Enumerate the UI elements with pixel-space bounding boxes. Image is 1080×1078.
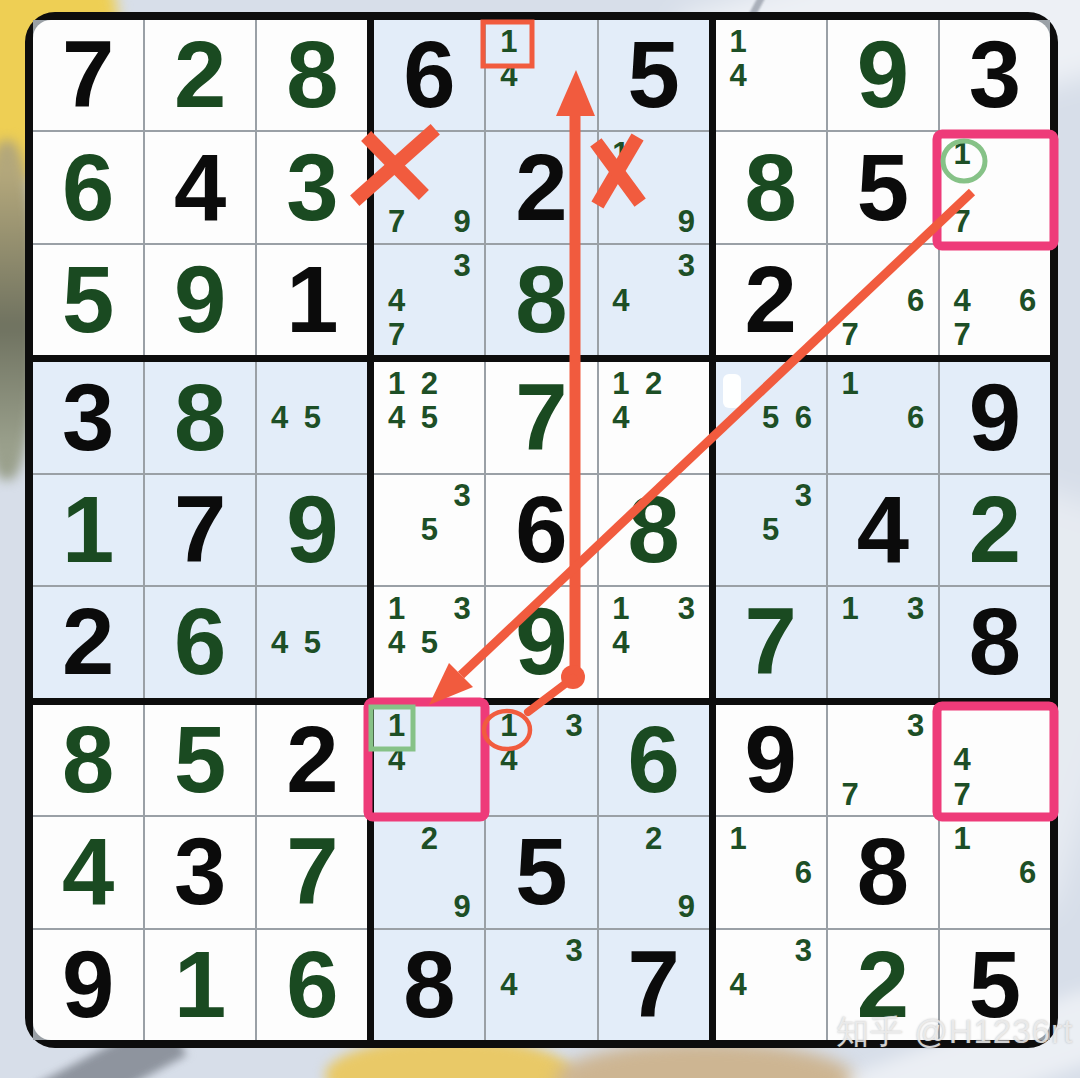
pencil-mark-6: 6	[787, 400, 820, 434]
pencil-mark-4: 4	[605, 625, 638, 659]
cell-r6c5[interactable]: 9	[486, 587, 596, 697]
cell-r1c9[interactable]: 3	[940, 20, 1050, 130]
cell-r8c5[interactable]: 5	[486, 817, 596, 927]
cell-r3c9[interactable]: 467	[940, 245, 1050, 355]
pencil-mark-2: 2	[637, 821, 670, 855]
pencil-marks: 29	[605, 821, 703, 923]
pencil-mark-5: 5	[413, 400, 446, 434]
cell-r7c6[interactable]: 6	[599, 705, 709, 815]
cell-r4c2[interactable]: 8	[145, 362, 255, 472]
cell-r1c8[interactable]: 9	[828, 20, 938, 130]
pencil-mark-1: 1	[492, 709, 525, 743]
cell-r6c6[interactable]: 134	[599, 587, 709, 697]
pencil-mark-9: 9	[670, 889, 703, 923]
cell-r3c8[interactable]: 67	[828, 245, 938, 355]
pencil-mark-4: 4	[492, 58, 525, 92]
pencil-mark-3: 3	[558, 709, 591, 743]
solved-digit: 9	[174, 253, 226, 347]
cell-r3c2[interactable]: 9	[145, 245, 255, 355]
cell-r2c6[interactable]: 19	[599, 132, 709, 242]
cell-r7c1[interactable]: 8	[33, 705, 143, 815]
cell-r3c1[interactable]: 5	[33, 245, 143, 355]
cell-r2c1[interactable]: 6	[33, 132, 143, 242]
cell-r6c3[interactable]: 45	[257, 587, 367, 697]
pencil-mark-4: 4	[605, 400, 638, 434]
pencil-mark-1: 1	[380, 591, 413, 625]
pencil-marks: 1245	[380, 366, 478, 468]
cell-r2c5[interactable]: 2	[486, 132, 596, 242]
pencil-mark-4: 4	[380, 743, 413, 777]
given-digit: 6	[515, 483, 567, 577]
given-digit: 5	[515, 825, 567, 919]
screen: 7286435916145792193478341493851726746738…	[0, 0, 1080, 1078]
box-9: 93747168163425	[716, 705, 1050, 1040]
cell-r1c3[interactable]: 8	[257, 20, 367, 130]
cell-r3c3[interactable]: 1	[257, 245, 367, 355]
pencil-mark-4: 4	[380, 283, 413, 317]
given-digit: 8	[403, 938, 455, 1032]
cell-r2c9[interactable]: 17	[940, 132, 1050, 242]
solved-digit: 1	[62, 483, 114, 577]
box-7: 852437916	[33, 705, 367, 1040]
pencil-mark-4: 4	[722, 968, 755, 1002]
box-4: 38451792645	[33, 362, 367, 697]
given-digit: 3	[174, 825, 226, 919]
pencil-marks: 16	[834, 366, 932, 468]
given-digit: 8	[969, 595, 1021, 689]
pencil-mark-2: 2	[413, 366, 446, 400]
pencil-mark-1: 1	[946, 821, 979, 855]
given-digit: 3	[62, 371, 114, 465]
pencil-mark-1: 1	[722, 821, 755, 855]
pencil-marks: 34	[605, 249, 703, 351]
cell-r1c1[interactable]: 7	[33, 20, 143, 130]
pencil-mark-7: 7	[946, 777, 979, 811]
cell-r7c4[interactable]: 14	[374, 705, 484, 815]
cell-r9c5[interactable]: 34	[486, 930, 596, 1040]
cell-r5c6[interactable]: 8	[599, 475, 709, 585]
pencil-mark-7: 7	[946, 317, 979, 351]
cell-r7c7[interactable]: 9	[716, 705, 826, 815]
cell-r5c8[interactable]: 4	[828, 475, 938, 585]
pencil-mark-1: 1	[605, 136, 638, 170]
cell-r5c1[interactable]: 1	[33, 475, 143, 585]
pencil-mark-9: 9	[446, 889, 479, 923]
solved-digit: 7	[286, 825, 338, 919]
pencil-mark-3: 3	[899, 709, 932, 743]
given-digit: 7	[62, 28, 114, 122]
solved-digit: 6	[627, 713, 679, 807]
pencil-mark-6: 6	[1011, 283, 1044, 317]
box-6: 5616935427138	[716, 362, 1050, 697]
pencil-mark-3: 3	[899, 591, 932, 625]
solved-digit: 9	[515, 595, 567, 689]
pencil-marks: 19	[605, 136, 703, 238]
pencil-mark-7: 7	[834, 317, 867, 351]
pencil-mark-1: 1	[380, 709, 413, 743]
pencil-mark-3: 3	[787, 479, 820, 513]
pencil-mark-5: 5	[296, 400, 329, 434]
pencil-mark-7: 7	[380, 205, 413, 239]
pencil-mark-7: 7	[946, 205, 979, 239]
cell-r4c7[interactable]: 56	[716, 362, 826, 472]
cell-r9c4[interactable]: 8	[374, 930, 484, 1040]
solved-digit: 6	[62, 141, 114, 235]
cell-r1c4[interactable]: 6	[374, 20, 484, 130]
cell-r8c2[interactable]: 3	[145, 817, 255, 927]
pencil-marks: 13	[834, 591, 932, 693]
pencil-mark-1: 1	[834, 591, 867, 625]
cell-r4c3[interactable]: 45	[257, 362, 367, 472]
pencil-mark-4: 4	[605, 283, 638, 317]
pencil-mark-2: 2	[413, 821, 446, 855]
pencil-mark-3: 3	[446, 249, 479, 283]
pencil-mark-6: 6	[899, 283, 932, 317]
cell-r8c3[interactable]: 7	[257, 817, 367, 927]
cell-r2c7[interactable]: 8	[716, 132, 826, 242]
pencil-mark-7: 7	[380, 317, 413, 351]
pencil-mark-1: 1	[834, 366, 867, 400]
cell-r6c2[interactable]: 6	[145, 587, 255, 697]
pencil-mark-4: 4	[492, 968, 525, 1002]
given-digit: 2	[62, 595, 114, 689]
cell-r9c7[interactable]: 34	[716, 930, 826, 1040]
cell-r1c2[interactable]: 2	[145, 20, 255, 130]
given-digit: 2	[745, 253, 797, 347]
cell-r5c5[interactable]: 6	[486, 475, 596, 585]
solved-digit: 5	[62, 253, 114, 347]
cell-r5c3[interactable]: 9	[257, 475, 367, 585]
pencil-marks: 37	[834, 709, 932, 811]
cell-r3c5[interactable]: 8	[486, 245, 596, 355]
cell-r7c5[interactable]: 134	[486, 705, 596, 815]
solved-digit: 6	[286, 938, 338, 1032]
cell-r9c3[interactable]: 6	[257, 930, 367, 1040]
cell-r9c2[interactable]: 1	[145, 930, 255, 1040]
solved-digit: 3	[286, 141, 338, 235]
given-digit: 8	[857, 825, 909, 919]
cell-r8c7[interactable]: 16	[716, 817, 826, 927]
given-digit: 3	[969, 28, 1021, 122]
pencil-mark-3: 3	[670, 591, 703, 625]
cell-r4c9[interactable]: 9	[940, 362, 1050, 472]
given-digit: 2	[286, 713, 338, 807]
pencil-marks: 467	[946, 249, 1044, 351]
pencil-marks: 124	[605, 366, 703, 468]
pencil-mark-5: 5	[413, 513, 446, 547]
pencil-mark-4: 4	[380, 400, 413, 434]
solved-digit: 6	[174, 595, 226, 689]
cell-r2c3[interactable]: 3	[257, 132, 367, 242]
pencil-marks: 17	[946, 136, 1044, 238]
pencil-mark-6: 6	[1011, 855, 1044, 889]
box-5: 12457124356813459134	[374, 362, 708, 697]
box-3: 14938517267467	[716, 20, 1050, 355]
box-8: 141346295298347	[374, 705, 708, 1040]
pencil-marks: 56	[722, 366, 820, 468]
cell-r2c8[interactable]: 5	[828, 132, 938, 242]
pencil-mark-5: 5	[413, 625, 446, 659]
pencil-mark-4: 4	[263, 400, 296, 434]
cell-r4c4[interactable]: 1245	[374, 362, 484, 472]
cell-r6c1[interactable]: 2	[33, 587, 143, 697]
cell-r8c4[interactable]: 29	[374, 817, 484, 927]
cell-r5c2[interactable]: 7	[145, 475, 255, 585]
pencil-marks: 347	[380, 249, 478, 351]
pencil-marks: 134	[492, 709, 590, 811]
pencil-mark-7: 7	[834, 777, 867, 811]
cell-r7c9[interactable]: 47	[940, 705, 1050, 815]
pencil-marks: 79	[380, 136, 478, 238]
cell-r6c7[interactable]: 7	[716, 587, 826, 697]
solved-digit: 9	[286, 483, 338, 577]
solved-digit: 1	[174, 938, 226, 1032]
pencil-marks: 34	[492, 934, 590, 1036]
sudoku-board: 7286435916145792193478341493851726746738…	[25, 12, 1058, 1048]
pencil-mark-3: 3	[446, 591, 479, 625]
given-digit: 4	[857, 483, 909, 577]
pencil-mark-4: 4	[492, 743, 525, 777]
cell-r4c5[interactable]: 7	[486, 362, 596, 472]
cell-r4c1[interactable]: 3	[33, 362, 143, 472]
solved-digit: 7	[515, 371, 567, 465]
solved-digit: 5	[174, 713, 226, 807]
cell-r4c8[interactable]: 16	[828, 362, 938, 472]
pencil-marks: 29	[380, 821, 478, 923]
given-digit: 5	[627, 28, 679, 122]
pencil-mark-3: 3	[558, 934, 591, 968]
cell-r8c6[interactable]: 29	[599, 817, 709, 927]
solved-digit: 8	[62, 713, 114, 807]
cell-r6c8[interactable]: 13	[828, 587, 938, 697]
pencil-marks: 1345	[380, 591, 478, 693]
box-1: 728643591	[33, 20, 367, 355]
pencil-marks: 16	[946, 821, 1044, 923]
cell-r3c7[interactable]: 2	[716, 245, 826, 355]
pencil-mark-2: 2	[637, 366, 670, 400]
cell-r5c9[interactable]: 2	[940, 475, 1050, 585]
pencil-mark-5: 5	[296, 625, 329, 659]
pencil-marks: 45	[263, 366, 361, 468]
given-digit: 9	[62, 938, 114, 1032]
pencil-marks: 14	[492, 24, 590, 126]
cell-r4c6[interactable]: 124	[599, 362, 709, 472]
watermark: 知乎 @H1236rt	[836, 1010, 1073, 1055]
solved-digit: 8	[286, 28, 338, 122]
cell-r8c9[interactable]: 16	[940, 817, 1050, 927]
pencil-mark-1: 1	[380, 366, 413, 400]
pencil-marks: 35	[722, 479, 820, 581]
cell-r1c6[interactable]: 5	[599, 20, 709, 130]
cell-r7c3[interactable]: 2	[257, 705, 367, 815]
pencil-marks: 14	[380, 709, 478, 811]
solved-digit: 9	[857, 28, 909, 122]
cell-r6c4[interactable]: 1345	[374, 587, 484, 697]
cell-r8c1[interactable]: 4	[33, 817, 143, 927]
pencil-marks: 34	[722, 934, 820, 1036]
pencil-mark-6: 6	[899, 400, 932, 434]
pencil-marks: 45	[263, 591, 361, 693]
pencil-mark-4: 4	[946, 743, 979, 777]
solved-digit: 8	[174, 371, 226, 465]
pencil-mark-6: 6	[787, 855, 820, 889]
given-digit: 9	[969, 371, 1021, 465]
pencil-mark-4: 4	[946, 283, 979, 317]
pencil-mark-4: 4	[263, 625, 296, 659]
solved-digit: 8	[515, 253, 567, 347]
pencil-mark-1: 1	[605, 366, 638, 400]
cell-r1c5[interactable]: 14	[486, 20, 596, 130]
given-digit: 9	[745, 713, 797, 807]
cell-r2c2[interactable]: 4	[145, 132, 255, 242]
box-2: 614579219347834	[374, 20, 708, 355]
given-digit: 7	[174, 483, 226, 577]
pencil-mark-3: 3	[787, 934, 820, 968]
pencil-mark-5: 5	[754, 513, 787, 547]
cell-r3c4[interactable]: 347	[374, 245, 484, 355]
pencil-marks: 47	[946, 709, 1044, 811]
pencil-mark-1: 1	[722, 24, 755, 58]
cell-r5c4[interactable]: 35	[374, 475, 484, 585]
pencil-marks: 16	[722, 821, 820, 923]
pencil-mark-9: 9	[446, 205, 479, 239]
cell-r2c4[interactable]: 79	[374, 132, 484, 242]
pencil-marks: 134	[605, 591, 703, 693]
cell-r1c7[interactable]: 14	[716, 20, 826, 130]
solved-digit: 2	[969, 483, 1021, 577]
cell-r6c9[interactable]: 8	[940, 587, 1050, 697]
pencil-mark-1: 1	[946, 136, 979, 170]
cell-r5c7[interactable]: 35	[716, 475, 826, 585]
solved-digit: 4	[62, 825, 114, 919]
cell-r9c6[interactable]: 7	[599, 930, 709, 1040]
pencil-mark-9: 9	[670, 205, 703, 239]
pencil-mark-3: 3	[670, 249, 703, 283]
pencil-marks: 14	[722, 24, 820, 126]
pencil-mark-4: 4	[380, 625, 413, 659]
pencil-mark-1: 1	[605, 591, 638, 625]
pencil-mark-4: 4	[722, 58, 755, 92]
solved-digit: 2	[174, 28, 226, 122]
pencil-marks: 67	[834, 249, 932, 351]
given-digit: 6	[403, 28, 455, 122]
cell-r9c1[interactable]: 9	[33, 930, 143, 1040]
given-digit: 4	[174, 141, 226, 235]
solved-digit: 7	[745, 595, 797, 689]
pencil-mark-1: 1	[492, 24, 525, 58]
given-digit: 5	[857, 141, 909, 235]
cell-r7c2[interactable]: 5	[145, 705, 255, 815]
solved-digit: 8	[745, 141, 797, 235]
pencil-mark-5: 5	[754, 400, 787, 434]
cell-r8c8[interactable]: 8	[828, 817, 938, 927]
given-digit: 7	[627, 938, 679, 1032]
pencil-marks: 35	[380, 479, 478, 581]
cell-r3c6[interactable]: 34	[599, 245, 709, 355]
given-digit: 2	[515, 141, 567, 235]
solved-digit: 8	[627, 483, 679, 577]
given-digit: 1	[286, 253, 338, 347]
pencil-mark-3: 3	[446, 479, 479, 513]
cell-r7c8[interactable]: 37	[828, 705, 938, 815]
